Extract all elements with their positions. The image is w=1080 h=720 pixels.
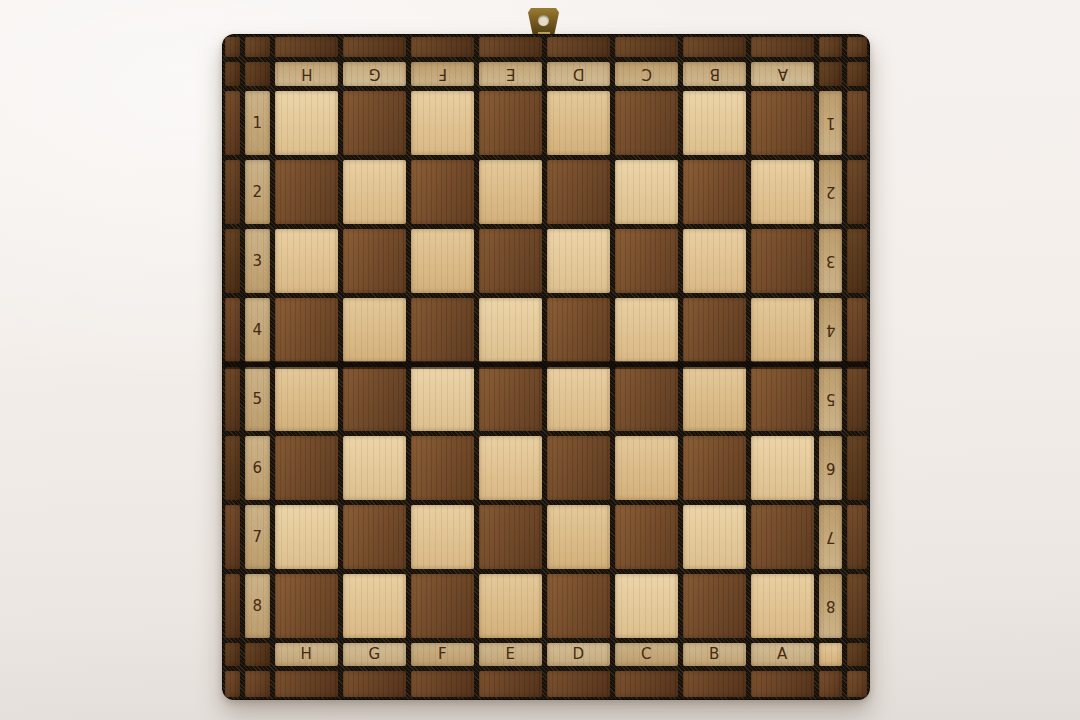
frame-cell bbox=[847, 62, 867, 86]
rank-label-left-7: 7 bbox=[245, 505, 270, 569]
square-e6[interactable] bbox=[479, 436, 542, 500]
square-g8[interactable] bbox=[343, 574, 406, 638]
rank-label-left-8: 8 bbox=[245, 574, 270, 638]
square-c8[interactable] bbox=[615, 574, 678, 638]
square-f6[interactable] bbox=[411, 436, 474, 500]
square-e2[interactable] bbox=[479, 160, 542, 224]
rank-label-right-5: 5 bbox=[819, 367, 842, 431]
frame-cell bbox=[847, 505, 867, 569]
frame-cell bbox=[847, 643, 867, 666]
square-d7[interactable] bbox=[547, 505, 610, 569]
square-b3[interactable] bbox=[683, 229, 746, 293]
rank-label-left-6: 6 bbox=[245, 436, 270, 500]
frame-cell bbox=[343, 37, 406, 57]
square-b4[interactable] bbox=[683, 298, 746, 362]
square-d3[interactable] bbox=[547, 229, 610, 293]
square-d5[interactable] bbox=[547, 367, 610, 431]
square-g3[interactable] bbox=[343, 229, 406, 293]
chessboard: HGFEDCBA1122334455667788HGFEDCBA bbox=[222, 34, 870, 700]
photo-background: HGFEDCBA1122334455667788HGFEDCBA bbox=[0, 0, 1080, 720]
square-a1[interactable] bbox=[751, 91, 814, 155]
frame-cell bbox=[225, 671, 240, 697]
square-h4[interactable] bbox=[275, 298, 338, 362]
square-b1[interactable] bbox=[683, 91, 746, 155]
square-g5[interactable] bbox=[343, 367, 406, 431]
frame-cell bbox=[225, 91, 240, 155]
file-label-top-b: B bbox=[683, 62, 746, 86]
rank-label-left-5: 5 bbox=[245, 367, 270, 431]
corner-cell-light bbox=[819, 643, 842, 666]
frame-cell bbox=[847, 160, 867, 224]
rank-label-right-2: 2 bbox=[819, 160, 842, 224]
frame-cell bbox=[225, 37, 240, 57]
file-label-top-e: E bbox=[479, 62, 542, 86]
frame-cell bbox=[847, 436, 867, 500]
square-d1[interactable] bbox=[547, 91, 610, 155]
square-h5[interactable] bbox=[275, 367, 338, 431]
square-g4[interactable] bbox=[343, 298, 406, 362]
square-f2[interactable] bbox=[411, 160, 474, 224]
frame-cell bbox=[847, 574, 867, 638]
frame-cell bbox=[819, 37, 842, 57]
file-label-bottom-d: D bbox=[547, 643, 610, 666]
rank-label-left-4: 4 bbox=[245, 298, 270, 362]
file-label-bottom-g: G bbox=[343, 643, 406, 666]
file-label-bottom-f: F bbox=[411, 643, 474, 666]
frame-cell bbox=[225, 229, 240, 293]
frame-cell bbox=[343, 671, 406, 697]
square-h7[interactable] bbox=[275, 505, 338, 569]
square-a3[interactable] bbox=[751, 229, 814, 293]
rank-label-right-1: 1 bbox=[819, 91, 842, 155]
frame-cell bbox=[225, 367, 240, 431]
file-label-top-g: G bbox=[343, 62, 406, 86]
square-f1[interactable] bbox=[411, 91, 474, 155]
square-d4[interactable] bbox=[547, 298, 610, 362]
square-f3[interactable] bbox=[411, 229, 474, 293]
square-a8[interactable] bbox=[751, 574, 814, 638]
square-a4[interactable] bbox=[751, 298, 814, 362]
corner-cell bbox=[819, 62, 842, 86]
rank-label-right-3: 3 bbox=[819, 229, 842, 293]
frame-cell bbox=[411, 671, 474, 697]
file-label-top-c: C bbox=[615, 62, 678, 86]
square-g6[interactable] bbox=[343, 436, 406, 500]
rank-label-right-6: 6 bbox=[819, 436, 842, 500]
square-g7[interactable] bbox=[343, 505, 406, 569]
frame-cell bbox=[751, 37, 814, 57]
frame-cell bbox=[275, 671, 338, 697]
frame-cell bbox=[847, 229, 867, 293]
rank-label-right-8: 8 bbox=[819, 574, 842, 638]
frame-cell bbox=[547, 671, 610, 697]
square-c3[interactable] bbox=[615, 229, 678, 293]
square-a7[interactable] bbox=[751, 505, 814, 569]
rank-label-right-7: 7 bbox=[819, 505, 842, 569]
square-b7[interactable] bbox=[683, 505, 746, 569]
frame-cell bbox=[547, 37, 610, 57]
square-c6[interactable] bbox=[615, 436, 678, 500]
square-b2[interactable] bbox=[683, 160, 746, 224]
frame-cell bbox=[847, 367, 867, 431]
square-h8[interactable] bbox=[275, 574, 338, 638]
file-label-bottom-b: B bbox=[683, 643, 746, 666]
square-c1[interactable] bbox=[615, 91, 678, 155]
frame-cell bbox=[275, 37, 338, 57]
file-label-top-d: D bbox=[547, 62, 610, 86]
corner-cell bbox=[245, 643, 270, 666]
square-f5[interactable] bbox=[411, 367, 474, 431]
square-c5[interactable] bbox=[615, 367, 678, 431]
square-c2[interactable] bbox=[615, 160, 678, 224]
file-label-top-h: H bbox=[275, 62, 338, 86]
square-a5[interactable] bbox=[751, 367, 814, 431]
square-c4[interactable] bbox=[615, 298, 678, 362]
frame-cell bbox=[615, 671, 678, 697]
frame-cell bbox=[225, 160, 240, 224]
square-e7[interactable] bbox=[479, 505, 542, 569]
square-h3[interactable] bbox=[275, 229, 338, 293]
square-g2[interactable] bbox=[343, 160, 406, 224]
square-b5[interactable] bbox=[683, 367, 746, 431]
frame-cell bbox=[479, 37, 542, 57]
square-b8[interactable] bbox=[683, 574, 746, 638]
square-d2[interactable] bbox=[547, 160, 610, 224]
frame-cell bbox=[245, 671, 270, 697]
rank-label-left-1: 1 bbox=[245, 91, 270, 155]
frame-cell bbox=[225, 62, 240, 86]
fold-seam bbox=[224, 361, 868, 369]
frame-cell bbox=[225, 574, 240, 638]
frame-cell bbox=[683, 37, 746, 57]
square-a6[interactable] bbox=[751, 436, 814, 500]
frame-cell bbox=[479, 671, 542, 697]
frame-cell bbox=[847, 671, 867, 697]
square-d8[interactable] bbox=[547, 574, 610, 638]
square-e3[interactable] bbox=[479, 229, 542, 293]
frame-cell bbox=[819, 671, 842, 697]
file-label-bottom-c: C bbox=[615, 643, 678, 666]
square-b6[interactable] bbox=[683, 436, 746, 500]
frame-cell bbox=[225, 643, 240, 666]
square-d6[interactable] bbox=[547, 436, 610, 500]
square-e4[interactable] bbox=[479, 298, 542, 362]
file-label-bottom-e: E bbox=[479, 643, 542, 666]
square-e5[interactable] bbox=[479, 367, 542, 431]
square-h6[interactable] bbox=[275, 436, 338, 500]
file-label-top-a: A bbox=[751, 62, 814, 86]
frame-cell bbox=[615, 37, 678, 57]
square-f8[interactable] bbox=[411, 574, 474, 638]
corner-cell bbox=[245, 62, 270, 86]
file-label-bottom-h: H bbox=[275, 643, 338, 666]
frame-cell bbox=[411, 37, 474, 57]
clasp-hole bbox=[538, 15, 549, 26]
file-label-bottom-a: A bbox=[751, 643, 814, 666]
square-e1[interactable] bbox=[479, 91, 542, 155]
square-h2[interactable] bbox=[275, 160, 338, 224]
frame-cell bbox=[225, 298, 240, 362]
frame-cell bbox=[225, 505, 240, 569]
frame-cell bbox=[245, 37, 270, 57]
square-f4[interactable] bbox=[411, 298, 474, 362]
frame-cell bbox=[847, 298, 867, 362]
square-e8[interactable] bbox=[479, 574, 542, 638]
frame-cell bbox=[847, 91, 867, 155]
square-h1[interactable] bbox=[275, 91, 338, 155]
frame-cell bbox=[847, 37, 867, 57]
frame-cell bbox=[225, 436, 240, 500]
file-label-top-f: F bbox=[411, 62, 474, 86]
rank-label-right-4: 4 bbox=[819, 298, 842, 362]
square-a2[interactable] bbox=[751, 160, 814, 224]
frame-cell bbox=[751, 671, 814, 697]
rank-label-left-3: 3 bbox=[245, 229, 270, 293]
rank-label-left-2: 2 bbox=[245, 160, 270, 224]
frame-cell bbox=[683, 671, 746, 697]
square-f7[interactable] bbox=[411, 505, 474, 569]
square-c7[interactable] bbox=[615, 505, 678, 569]
square-g1[interactable] bbox=[343, 91, 406, 155]
